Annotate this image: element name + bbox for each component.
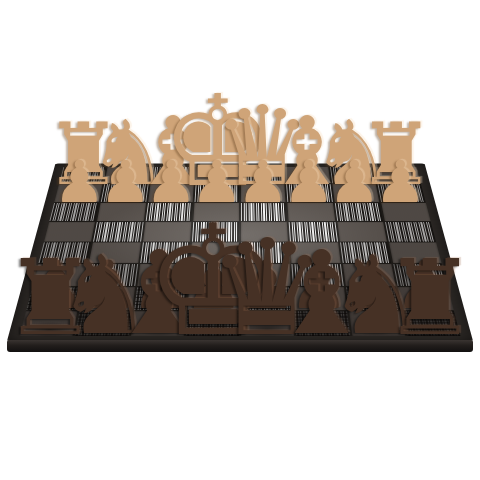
square-b5 [340,242,391,263]
square-f4 [143,222,192,242]
square-f5 [140,242,190,263]
square-b2 [332,184,379,202]
square-h6 [33,264,87,286]
square-g4 [93,222,143,242]
square-c6 [292,264,343,286]
square-f7 [134,287,187,310]
square-a8 [402,311,460,336]
square-e7 [187,287,239,310]
square-c4 [289,222,338,242]
square-f3 [145,203,192,222]
square-b8 [349,311,405,336]
square-e1 [195,167,239,184]
square-c3 [288,203,335,222]
square-a2 [377,184,425,202]
square-g2 [101,184,148,202]
square-d1 [241,167,285,184]
square-h1 [59,167,106,184]
board-squares [20,167,461,336]
square-f8 [130,311,185,336]
square-g5 [89,242,140,263]
square-f6 [137,264,188,286]
square-d5 [241,242,290,263]
square-d7 [241,287,293,310]
square-c1 [285,167,330,184]
square-h7 [26,287,82,310]
square-d2 [241,184,286,202]
square-d8 [241,311,294,336]
square-h3 [49,203,99,222]
square-b7 [345,287,400,310]
square-e8 [186,311,239,336]
square-f2 [148,184,194,202]
square-f1 [150,167,195,184]
square-d6 [241,264,291,286]
square-c5 [290,242,340,263]
square-h2 [54,184,102,202]
square-e2 [194,184,239,202]
square-g8 [75,311,131,336]
square-c8 [295,311,350,336]
square-c2 [286,184,332,202]
board-edge [7,340,473,352]
square-b6 [342,264,395,286]
square-e6 [189,264,239,286]
square-d4 [241,222,288,242]
square-e4 [192,222,239,242]
chess-board [7,163,473,341]
square-a4 [385,222,436,242]
square-a5 [389,242,442,263]
square-e3 [193,203,239,222]
square-b1 [330,167,376,184]
square-a6 [393,264,447,286]
square-g6 [85,264,138,286]
square-b3 [334,203,382,222]
square-g1 [105,167,151,184]
square-h5 [39,242,92,263]
square-g3 [97,203,145,222]
square-c7 [293,287,346,310]
square-d3 [241,203,287,222]
chess-product-photo: ♜♞♝♚♛♝♞♜♟♟♟♟♟♟♟♟♟♟♟♟♟♟♟♟♜♞♝♚♛♝♞♜ [0,0,480,480]
square-e5 [190,242,239,263]
square-h4 [44,222,95,242]
square-a3 [381,203,431,222]
square-h8 [20,311,78,336]
square-a1 [374,167,421,184]
square-g7 [80,287,135,310]
square-a7 [398,287,454,310]
square-b4 [337,222,387,242]
